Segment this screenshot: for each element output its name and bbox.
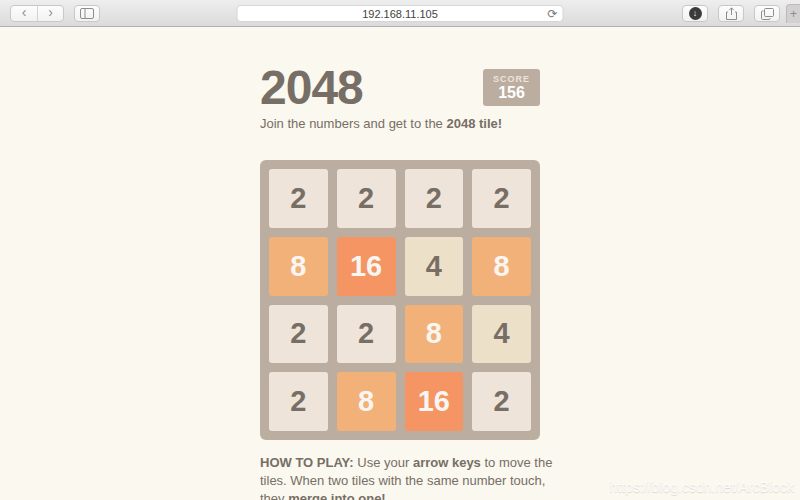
- board[interactable]: 222281648228428162: [260, 160, 540, 440]
- tile-r1c2: 2: [337, 169, 396, 228]
- extension-icon: ↓: [689, 7, 702, 20]
- tile-r1c4: 2: [472, 169, 531, 228]
- howto-arrow-keys: arrow keys: [413, 455, 481, 470]
- browser-toolbar: ‹ › 192.168.11.105 ⟳ ↓: [0, 0, 800, 27]
- tile-r2c1: 8: [269, 237, 328, 296]
- tile-r1c3: 2: [405, 169, 464, 228]
- howto-merge: merge into one!: [288, 491, 386, 500]
- address-bar[interactable]: 192.168.11.105 ⟳: [237, 5, 564, 22]
- forward-icon: ›: [48, 5, 53, 19]
- toolbar-right: ↓ +: [682, 4, 800, 23]
- tabs-icon: [761, 8, 774, 20]
- back-icon: ‹: [22, 5, 27, 19]
- tile-r2c3: 4: [405, 237, 464, 296]
- sidebar-icon: [80, 8, 94, 19]
- page-content: 2048 SCORE 156 Join the numbers and get …: [0, 27, 800, 499]
- subtitle-text: Join the numbers and get to the: [260, 116, 446, 131]
- tile-r4c4: 2: [472, 372, 531, 431]
- tile-r3c2: 2: [337, 305, 396, 364]
- back-button[interactable]: ‹: [11, 6, 37, 21]
- sidebar-button[interactable]: [74, 5, 100, 22]
- url-text: 192.168.11.105: [362, 8, 438, 20]
- game-header: 2048 SCORE 156: [260, 65, 540, 111]
- score-value: 156: [493, 84, 530, 102]
- game-subtitle: Join the numbers and get to the 2048 til…: [260, 116, 540, 131]
- watermark: https://blog.csdn.net/ArcBlock: [610, 479, 794, 495]
- tile-r2c2: 16: [337, 237, 396, 296]
- tile-r4c1: 2: [269, 372, 328, 431]
- new-tab-button[interactable]: +: [786, 4, 800, 23]
- tile-r3c4: 4: [472, 305, 531, 364]
- nav-buttons: ‹ ›: [10, 5, 64, 22]
- score-label: SCORE: [493, 74, 530, 84]
- howto-text-1: Use your: [354, 455, 413, 470]
- tile-r1c1: 2: [269, 169, 328, 228]
- forward-button[interactable]: ›: [37, 6, 63, 21]
- how-to-play: HOW TO PLAY: Use your arrow keys to move…: [260, 454, 570, 500]
- tile-r4c3: 16: [405, 372, 464, 431]
- extension-button[interactable]: ↓: [682, 5, 708, 22]
- tile-r3c3: 8: [405, 305, 464, 364]
- subtitle-goal: 2048 tile!: [446, 116, 502, 131]
- reload-icon[interactable]: ⟳: [547, 7, 557, 21]
- tabs-button[interactable]: [754, 5, 780, 22]
- tile-r3c1: 2: [269, 305, 328, 364]
- game-container: 2048 SCORE 156 Join the numbers and get …: [260, 27, 540, 500]
- tile-r2c4: 8: [472, 237, 531, 296]
- share-button[interactable]: [718, 5, 744, 22]
- share-icon: [726, 7, 737, 20]
- tile-r4c2: 8: [337, 372, 396, 431]
- plus-icon: +: [790, 7, 797, 21]
- page-title: 2048: [260, 65, 363, 111]
- score-box: SCORE 156: [483, 69, 540, 106]
- howto-heading: HOW TO PLAY:: [260, 455, 354, 470]
